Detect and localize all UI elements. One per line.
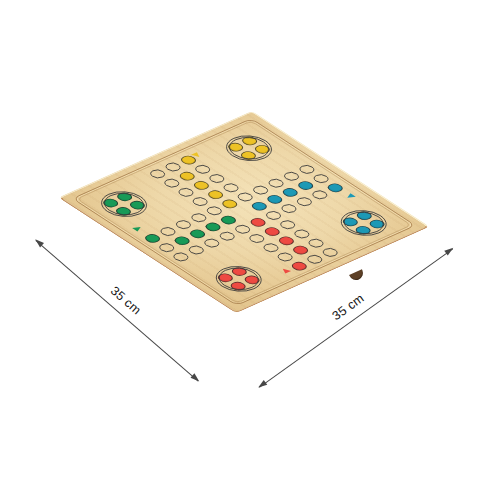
- blue-home-disc: [340, 216, 361, 228]
- blue-home-disc: [367, 218, 388, 230]
- red-home-disc: [229, 266, 250, 278]
- yellow-home-disc: [225, 141, 246, 153]
- product-photo: 35 cm 35 cm: [0, 0, 495, 495]
- blue-home-disc: [354, 210, 375, 222]
- green-home-disc: [114, 191, 135, 203]
- red-home-disc: [228, 280, 249, 292]
- yellow-home-disc: [252, 144, 273, 156]
- finger-notch: [349, 269, 365, 282]
- arrowhead-icon: [444, 245, 455, 255]
- arrowhead-icon: [191, 373, 202, 383]
- green-home-disc: [127, 199, 148, 211]
- yellow-home-disc: [238, 150, 259, 162]
- blue-home-disc: [353, 225, 374, 237]
- arrowhead-icon: [256, 380, 267, 390]
- yellow-home-disc: [239, 135, 260, 147]
- green-home-disc: [113, 206, 134, 218]
- red-home-disc: [242, 274, 263, 286]
- arrowhead-icon: [33, 237, 44, 247]
- red-home-disc: [215, 272, 236, 284]
- green-home-disc: [100, 197, 121, 209]
